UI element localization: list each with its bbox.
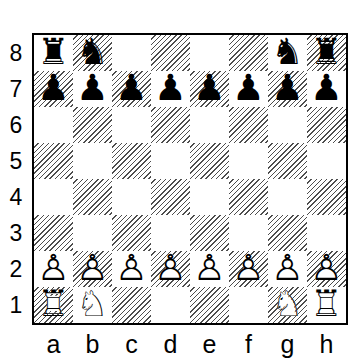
square-g5[interactable]	[268, 143, 307, 179]
square-g4[interactable]	[268, 179, 307, 215]
rank-label-4: 4	[0, 179, 32, 215]
square-e7[interactable]: ♟	[190, 71, 229, 107]
square-b1[interactable]: ♞♘	[73, 287, 112, 323]
square-e6[interactable]	[190, 107, 229, 143]
rank-label-5: 5	[0, 143, 32, 179]
piece-white-pawn[interactable]: ♙	[271, 250, 303, 286]
square-d7[interactable]: ♟	[151, 71, 190, 107]
square-h3[interactable]	[307, 215, 346, 251]
piece-black-rook[interactable]: ♜	[310, 34, 342, 70]
piece-white-fill: ♜	[37, 286, 69, 322]
piece-white-rook[interactable]: ♖	[310, 286, 342, 322]
piece-white-pawn[interactable]: ♙	[37, 250, 69, 286]
square-b2[interactable]: ♟♙	[73, 251, 112, 287]
piece-black-rook[interactable]: ♜	[37, 34, 69, 70]
square-f3[interactable]	[229, 215, 268, 251]
piece-black-pawn[interactable]: ♟	[310, 70, 342, 106]
piece-black-knight[interactable]: ♞	[271, 34, 303, 70]
square-g3[interactable]	[268, 215, 307, 251]
piece-white-fill: ♟	[232, 250, 264, 286]
square-d2[interactable]: ♟♙	[151, 251, 190, 287]
rank-label-8: 8	[0, 35, 32, 71]
square-c2[interactable]: ♟♙	[112, 251, 151, 287]
file-label-h: h	[307, 330, 346, 358]
square-g7[interactable]: ♟	[268, 71, 307, 107]
square-h6[interactable]	[307, 107, 346, 143]
piece-white-knight[interactable]: ♘	[76, 286, 108, 322]
square-f7[interactable]: ♟	[229, 71, 268, 107]
rank-label-7: 7	[0, 71, 32, 107]
piece-white-fill: ♞	[271, 286, 303, 322]
rank-label-6: 6	[0, 107, 32, 143]
square-e2[interactable]: ♟♙	[190, 251, 229, 287]
square-e4[interactable]	[190, 179, 229, 215]
square-d6[interactable]	[151, 107, 190, 143]
square-a3[interactable]	[34, 215, 73, 251]
piece-black-pawn[interactable]: ♟	[76, 70, 108, 106]
square-g6[interactable]	[268, 107, 307, 143]
square-f5[interactable]	[229, 143, 268, 179]
rank-label-2: 2	[0, 251, 32, 287]
square-g2[interactable]: ♟♙	[268, 251, 307, 287]
square-e8[interactable]	[190, 35, 229, 71]
square-a2[interactable]: ♟♙	[34, 251, 73, 287]
square-c7[interactable]: ♟	[112, 71, 151, 107]
piece-white-pawn[interactable]: ♙	[154, 250, 186, 286]
square-a5[interactable]	[34, 143, 73, 179]
square-e1[interactable]	[190, 287, 229, 323]
piece-white-fill: ♟	[310, 250, 342, 286]
square-b6[interactable]	[73, 107, 112, 143]
file-label-a: a	[34, 330, 73, 358]
square-b4[interactable]	[73, 179, 112, 215]
square-c4[interactable]	[112, 179, 151, 215]
square-c6[interactable]	[112, 107, 151, 143]
piece-white-fill: ♟	[193, 250, 225, 286]
file-label-g: g	[268, 330, 307, 358]
square-e5[interactable]	[190, 143, 229, 179]
square-f2[interactable]: ♟♙	[229, 251, 268, 287]
file-labels: a b c d e f g h	[34, 330, 346, 358]
square-a4[interactable]	[34, 179, 73, 215]
piece-black-knight[interactable]: ♞	[76, 34, 108, 70]
piece-black-pawn[interactable]: ♟	[154, 70, 186, 106]
rank-label-3: 3	[0, 215, 32, 251]
square-b3[interactable]	[73, 215, 112, 251]
square-d8[interactable]	[151, 35, 190, 71]
square-b8[interactable]: ♞	[73, 35, 112, 71]
square-f8[interactable]	[229, 35, 268, 71]
square-g8[interactable]: ♞	[268, 35, 307, 71]
square-c8[interactable]	[112, 35, 151, 71]
file-label-e: e	[190, 330, 229, 358]
square-h4[interactable]	[307, 179, 346, 215]
file-label-d: d	[151, 330, 190, 358]
square-h7[interactable]: ♟	[307, 71, 346, 107]
file-label-b: b	[73, 330, 112, 358]
square-f1[interactable]	[229, 287, 268, 323]
square-c3[interactable]	[112, 215, 151, 251]
square-a8[interactable]: ♜	[34, 35, 73, 71]
square-c5[interactable]	[112, 143, 151, 179]
piece-black-pawn[interactable]: ♟	[271, 70, 303, 106]
square-d1[interactable]	[151, 287, 190, 323]
piece-white-pawn[interactable]: ♙	[193, 250, 225, 286]
square-d4[interactable]	[151, 179, 190, 215]
square-f4[interactable]	[229, 179, 268, 215]
piece-white-fill: ♟	[76, 250, 108, 286]
piece-white-pawn[interactable]: ♙	[76, 250, 108, 286]
file-label-f: f	[229, 330, 268, 358]
piece-black-pawn[interactable]: ♟	[37, 70, 69, 106]
square-a7[interactable]: ♟	[34, 71, 73, 107]
square-c1[interactable]	[112, 287, 151, 323]
square-b5[interactable]	[73, 143, 112, 179]
square-h1[interactable]: ♜♖	[307, 287, 346, 323]
square-d3[interactable]	[151, 215, 190, 251]
piece-white-fill: ♟	[115, 250, 147, 286]
piece-white-fill: ♟	[37, 250, 69, 286]
chess-board: ♜♞♞♜♟♟♟♟♟♟♟♟♟♙♟♙♟♙♟♙♟♙♟♙♟♙♟♙♜♖♞♘♞♘♜♖	[32, 33, 348, 325]
chess-diagram: 8 7 6 5 4 3 2 1 ♜♞♞♜♟♟♟♟♟♟♟♟♟♙♟♙♟♙♟♙♟♙♟♙…	[0, 0, 360, 360]
square-h2[interactable]: ♟♙	[307, 251, 346, 287]
piece-black-pawn[interactable]: ♟	[232, 70, 264, 106]
piece-white-rook[interactable]: ♖	[37, 286, 69, 322]
square-a1[interactable]: ♜♖	[34, 287, 73, 323]
square-a6[interactable]	[34, 107, 73, 143]
piece-white-fill: ♞	[76, 286, 108, 322]
piece-white-pawn[interactable]: ♙	[310, 250, 342, 286]
piece-white-pawn[interactable]: ♙	[115, 250, 147, 286]
file-label-c: c	[112, 330, 151, 358]
piece-black-pawn[interactable]: ♟	[193, 70, 225, 106]
rank-labels: 8 7 6 5 4 3 2 1	[0, 35, 32, 323]
piece-white-pawn[interactable]: ♙	[232, 250, 264, 286]
square-b7[interactable]: ♟	[73, 71, 112, 107]
rank-label-1: 1	[0, 287, 32, 323]
piece-black-pawn[interactable]: ♟	[115, 70, 147, 106]
square-d5[interactable]	[151, 143, 190, 179]
square-h8[interactable]: ♜	[307, 35, 346, 71]
piece-white-fill: ♟	[154, 250, 186, 286]
square-e3[interactable]	[190, 215, 229, 251]
piece-white-fill: ♜	[310, 286, 342, 322]
square-h5[interactable]	[307, 143, 346, 179]
piece-white-fill: ♟	[271, 250, 303, 286]
piece-white-knight[interactable]: ♘	[271, 286, 303, 322]
square-g1[interactable]: ♞♘	[268, 287, 307, 323]
square-f6[interactable]	[229, 107, 268, 143]
